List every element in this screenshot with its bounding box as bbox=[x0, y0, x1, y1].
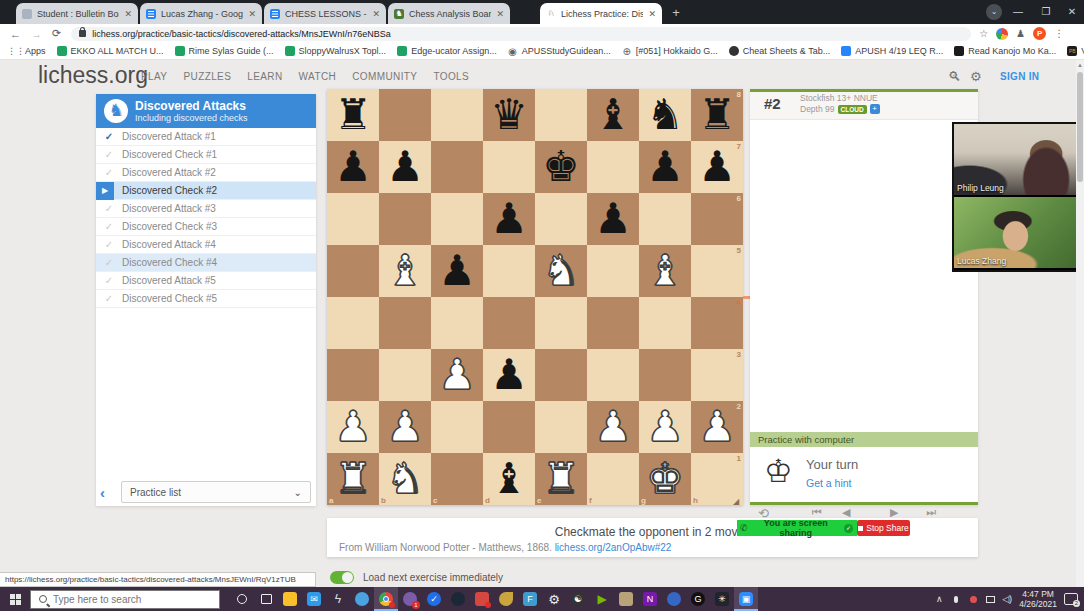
practice-header: ♞ Discovered Attacks Including discovere… bbox=[96, 94, 316, 128]
white-knight[interactable]: ♞ bbox=[535, 245, 587, 297]
square-h8[interactable]: ♜8 bbox=[691, 89, 743, 141]
square-g2[interactable]: ♟ bbox=[639, 401, 691, 453]
site-nav: PLAY PUZZLES LEARN WATCH COMMUNITY TOOLS bbox=[141, 71, 469, 82]
chess-board[interactable]: ♜♛♝♞♜8♟♟♚♟♟7♟♟6♝♟♞♝54♟♟3♟♟♟♟♟2♜a♞bc♝d♜ef… bbox=[327, 89, 743, 505]
docs-icon bbox=[841, 46, 851, 56]
square-f1[interactable]: f bbox=[587, 453, 639, 505]
dark-site-icon bbox=[954, 46, 964, 56]
search-icon[interactable]: 🔍︎ bbox=[948, 69, 961, 84]
black-bishop[interactable]: ♝ bbox=[587, 89, 639, 141]
mail-icon[interactable]: ✉ bbox=[302, 587, 326, 611]
cloud-badge: CLOUD bbox=[838, 105, 867, 114]
character-app-icon[interactable] bbox=[614, 587, 638, 611]
bookmark-item[interactable]: EKKO ALL MATCH U... bbox=[57, 46, 164, 56]
nav-watch[interactable]: WATCH bbox=[299, 71, 337, 82]
sheets-icon bbox=[57, 46, 67, 56]
square-h6[interactable]: 6 bbox=[691, 193, 743, 245]
probuilds-icon: PB bbox=[1067, 46, 1077, 56]
add-line-button[interactable]: + bbox=[870, 104, 880, 114]
windows-logo-icon bbox=[10, 594, 21, 605]
f-app-icon[interactable]: F bbox=[518, 587, 542, 611]
square-c4[interactable] bbox=[431, 297, 483, 349]
apps-grid-icon: ⋮⋮ bbox=[11, 46, 21, 56]
recording-icon[interactable] bbox=[968, 594, 978, 604]
practice-item-9[interactable]: ✓Discovered Attack #5 bbox=[96, 272, 316, 290]
tab-search-icon[interactable]: ⌄ bbox=[986, 4, 1002, 20]
square-f7[interactable] bbox=[587, 141, 639, 193]
practice-with-computer-header: Practice with computer bbox=[750, 432, 978, 447]
close-tab-icon[interactable]: ✕ bbox=[648, 9, 656, 19]
stop-share-button[interactable]: Stop Share bbox=[857, 520, 910, 536]
square-f2[interactable]: ♟ bbox=[587, 401, 639, 453]
check-icon: ✓ bbox=[96, 167, 122, 178]
practice-list-select[interactable]: Practice list ⌄ bbox=[121, 481, 311, 503]
sign-in-button[interactable]: SIGN IN bbox=[1000, 71, 1039, 82]
rank-label: 6 bbox=[737, 194, 741, 203]
browser-tab-strip: Student : Bulletin Board ✕ Lucas Zhang -… bbox=[0, 0, 1084, 24]
screen-sharing-bar: ✆ You are screen sharing ✓ bbox=[737, 520, 857, 536]
chess-knight-favicon: ♞ bbox=[394, 9, 404, 19]
tab-title: Student : Bulletin Board bbox=[37, 9, 119, 19]
file-label: d bbox=[485, 496, 490, 505]
square-a4[interactable] bbox=[327, 297, 379, 349]
windows-taskbar: ✉ ϟ 1 ✓ F ⚙ ☯ ▶ N G ✳ ▣ ∧ ◁) 4:47 PM 4/2… bbox=[0, 587, 1084, 611]
square-b5[interactable]: ♝ bbox=[379, 245, 431, 297]
generic-page-favicon bbox=[22, 9, 32, 19]
practice-subtitle: Including discovered checks bbox=[135, 113, 248, 123]
white-pawn[interactable]: ♟ bbox=[379, 401, 431, 453]
square-d2[interactable] bbox=[483, 401, 535, 453]
square-h7[interactable]: ♟7 bbox=[691, 141, 743, 193]
file-label: e bbox=[537, 496, 541, 505]
search-icon bbox=[39, 595, 47, 603]
square-e7[interactable]: ♚ bbox=[535, 141, 587, 193]
square-a1[interactable]: ♜a bbox=[327, 453, 379, 505]
nav-play[interactable]: PLAY bbox=[141, 71, 167, 82]
black-pawn[interactable]: ♟ bbox=[431, 245, 483, 297]
restore-window-button[interactable]: ❐ bbox=[1032, 0, 1060, 24]
participant-name: Lucas Zhang bbox=[957, 256, 1006, 266]
toggle-label: Load next exercise immediately bbox=[363, 572, 503, 583]
square-e4[interactable] bbox=[535, 297, 587, 349]
white-king-icon: ♔ bbox=[764, 452, 793, 490]
check-icon: ✓ bbox=[96, 293, 122, 304]
bookmark-item[interactable]: Edge-ucator Assign... bbox=[397, 46, 497, 56]
settings-gear-icon[interactable]: ⚙ bbox=[542, 587, 566, 611]
black-rook[interactable]: ♜ bbox=[327, 89, 379, 141]
engine-eval: #2 bbox=[764, 95, 781, 112]
lichess-logo[interactable]: lichess.org bbox=[38, 62, 148, 89]
square-d3[interactable]: ♟ bbox=[483, 349, 535, 401]
chat-icon[interactable]: 1 bbox=[398, 587, 422, 611]
tab-lucas-zhang-docs[interactable]: Lucas Zhang - Google Docs ✕ bbox=[140, 3, 262, 24]
square-h2[interactable]: ♟2 bbox=[691, 401, 743, 453]
square-d5[interactable] bbox=[483, 245, 535, 297]
webcam-feed-2: Lucas Zhang bbox=[954, 197, 1082, 268]
bookmark-item[interactable]: PBViego Pro Builds, G... bbox=[1067, 46, 1084, 56]
square-c8[interactable] bbox=[431, 89, 483, 141]
square-g7[interactable]: ♟ bbox=[639, 141, 691, 193]
practice-item-4-active[interactable]: ▶Discovered Check #2 bbox=[96, 182, 316, 200]
square-b2[interactable]: ♟ bbox=[379, 401, 431, 453]
square-f3[interactable] bbox=[587, 349, 639, 401]
lock-icon[interactable] bbox=[79, 30, 86, 37]
google-docs-favicon bbox=[146, 9, 156, 19]
white-king[interactable]: ♚ bbox=[639, 453, 691, 505]
dark-circle-icon bbox=[729, 46, 739, 56]
white-rook[interactable]: ♜ bbox=[327, 453, 379, 505]
tray-expand-icon[interactable]: ∧ bbox=[934, 594, 944, 604]
taskbar-search[interactable] bbox=[30, 590, 220, 609]
red-app-icon[interactable] bbox=[470, 587, 494, 611]
file-label: g bbox=[641, 496, 646, 505]
your-turn-label: Your turn bbox=[806, 457, 858, 472]
check-circle-icon: ✓ bbox=[844, 524, 853, 533]
practice-item-3[interactable]: ✓Discovered Attack #2 bbox=[96, 164, 316, 182]
sheets-icon bbox=[285, 46, 295, 56]
bookmark-item[interactable]: Read Kanojo Mo Ka... bbox=[954, 46, 1056, 56]
black-king[interactable]: ♚ bbox=[535, 141, 587, 193]
square-g6[interactable] bbox=[639, 193, 691, 245]
sheets-icon bbox=[175, 46, 185, 56]
chrome-menu-icon[interactable]: ⋮ bbox=[1054, 28, 1064, 39]
lightning-icon[interactable]: ϟ bbox=[326, 587, 350, 611]
url-text: lichess.org/practice/basic-tactics/disco… bbox=[92, 29, 391, 39]
square-h4[interactable]: 4 bbox=[691, 297, 743, 349]
black-pawn[interactable]: ♟ bbox=[691, 141, 743, 193]
white-pawn[interactable]: ♟ bbox=[639, 401, 691, 453]
practice-item-10[interactable]: ✓Discovered Check #5 bbox=[96, 290, 316, 308]
tab-bulletin-board[interactable]: Student : Bulletin Board ✕ bbox=[16, 3, 138, 24]
blue-round-app-icon[interactable] bbox=[662, 587, 686, 611]
practice-item-6[interactable]: ✓Discovered Check #3 bbox=[96, 218, 316, 236]
board-resize-handle[interactable]: ◢ bbox=[733, 497, 739, 506]
check-icon: ✓ bbox=[96, 149, 122, 160]
panel-bottom-border bbox=[750, 502, 978, 505]
square-c1[interactable]: c bbox=[431, 453, 483, 505]
square-a6[interactable] bbox=[327, 193, 379, 245]
bookmark-item[interactable]: SloppyWalrusX Topl... bbox=[285, 46, 387, 56]
square-c3[interactable]: ♟ bbox=[431, 349, 483, 401]
get-a-hint-link[interactable]: Get a hint bbox=[806, 477, 852, 489]
sheets-icon bbox=[397, 46, 407, 56]
nav-learn[interactable]: LEARN bbox=[247, 71, 282, 82]
white-pawn[interactable]: ♟ bbox=[327, 401, 379, 453]
black-pawn[interactable]: ♟ bbox=[379, 141, 431, 193]
notification-dot bbox=[389, 602, 395, 608]
square-f6[interactable]: ♟ bbox=[587, 193, 639, 245]
action-center-icon[interactable]: 2 bbox=[1064, 593, 1078, 605]
engine-name: Stockfish 13+ NNUE bbox=[800, 93, 878, 103]
game-link[interactable]: lichess.org/2anOpAbw#22 bbox=[555, 542, 672, 553]
black-queen[interactable]: ♛ bbox=[483, 89, 535, 141]
square-g5[interactable]: ♝ bbox=[639, 245, 691, 297]
tray-date: 4/26/2021 bbox=[1019, 599, 1057, 609]
square-c7[interactable] bbox=[431, 141, 483, 193]
system-tray: ∧ ◁) 4:47 PM 4/26/2021 2 bbox=[934, 589, 1084, 609]
refresh-icon[interactable]: ⟳ bbox=[52, 27, 61, 40]
check-icon: ✓ bbox=[96, 257, 122, 268]
chrome-icon[interactable] bbox=[374, 587, 398, 611]
square-e1[interactable]: ♜e bbox=[535, 453, 587, 505]
bookmark-item[interactable]: Cheat Sheets & Tab... bbox=[729, 46, 830, 56]
play-icon: ▶ bbox=[96, 182, 114, 200]
white-bishop[interactable]: ♝ bbox=[639, 245, 691, 297]
white-knight[interactable]: ♞ bbox=[379, 453, 431, 505]
black-pawn[interactable]: ♟ bbox=[587, 193, 639, 245]
bookmarks-bar: ⋮⋮Apps EKKO ALL MATCH U... Rime Sylas Gu… bbox=[0, 43, 1084, 60]
logitech-g-icon[interactable]: G bbox=[686, 587, 710, 611]
square-d7[interactable] bbox=[483, 141, 535, 193]
dark-x-app-icon[interactable]: ✳ bbox=[710, 587, 734, 611]
practice-item-7[interactable]: ✓Discovered Attack #4 bbox=[96, 236, 316, 254]
check-icon: ✓ bbox=[96, 131, 122, 142]
black-bishop[interactable]: ♝ bbox=[483, 453, 535, 505]
square-g4[interactable] bbox=[639, 297, 691, 349]
chevron-down-icon: ⌄ bbox=[294, 487, 302, 498]
square-f5[interactable] bbox=[587, 245, 639, 297]
black-pawn[interactable]: ♟ bbox=[483, 349, 535, 401]
square-c2[interactable] bbox=[431, 401, 483, 453]
engine-depth-row: Depth 99 CLOUD + bbox=[800, 104, 880, 114]
square-b3[interactable] bbox=[379, 349, 431, 401]
nav-community[interactable]: COMMUNITY bbox=[352, 71, 417, 82]
bookmark-item[interactable]: APUSH 4/19 LEQ R... bbox=[841, 46, 943, 56]
square-a2[interactable]: ♟ bbox=[327, 401, 379, 453]
participant-name: Philip Leung bbox=[957, 183, 1004, 193]
load-next-toggle-row: Load next exercise immediately bbox=[330, 570, 503, 584]
close-tab-icon[interactable]: ✕ bbox=[372, 9, 380, 19]
square-d1[interactable]: ♝d bbox=[483, 453, 535, 505]
square-b4[interactable] bbox=[379, 297, 431, 349]
square-f4[interactable] bbox=[587, 297, 639, 349]
square-b7[interactable]: ♟ bbox=[379, 141, 431, 193]
square-d6[interactable]: ♟ bbox=[483, 193, 535, 245]
square-a3[interactable] bbox=[327, 349, 379, 401]
white-bishop[interactable]: ♝ bbox=[379, 245, 431, 297]
practice-item-5[interactable]: ✓Discovered Attack #3 bbox=[96, 200, 316, 218]
rank-label: 1 bbox=[737, 454, 741, 463]
white-pawn[interactable]: ♟ bbox=[587, 401, 639, 453]
rank-label: 3 bbox=[737, 350, 741, 359]
square-g3[interactable] bbox=[639, 349, 691, 401]
microphone-icon[interactable] bbox=[951, 594, 961, 604]
check-icon: ✓ bbox=[96, 203, 122, 214]
tray-time: 4:47 PM bbox=[1019, 589, 1057, 599]
notification-dot bbox=[485, 602, 491, 608]
tab-title: Lucas Zhang - Google Docs bbox=[161, 9, 243, 19]
tab-lichess-practice[interactable]: ♘ Lichess Practice: Discovered Att… ✕ bbox=[540, 3, 662, 24]
square-b6[interactable] bbox=[379, 193, 431, 245]
chevron-left-icon[interactable]: ‹ bbox=[100, 484, 105, 501]
bookmark-item[interactable]: ◉APUSStudyGuidean... bbox=[508, 46, 611, 56]
video-call-overlay[interactable]: Philip Leung Lucas Zhang bbox=[952, 122, 1084, 272]
close-window-button[interactable]: ✕ bbox=[1058, 0, 1084, 24]
black-knight[interactable]: ♞ bbox=[639, 89, 691, 141]
tab-title: Lichess Practice: Discovered Att… bbox=[561, 9, 643, 19]
nav-puzzles[interactable]: PUZZLES bbox=[183, 71, 231, 82]
start-button[interactable] bbox=[0, 587, 30, 611]
practice-sidebar: ♞ Discovered Attacks Including discovere… bbox=[96, 94, 316, 506]
status-bar-link-preview: https://lichess.org/practice/basic-tacti… bbox=[0, 572, 316, 587]
white-rook[interactable]: ♜ bbox=[535, 453, 587, 505]
engine-depth: Depth 99 bbox=[800, 104, 835, 114]
practice-knight-icon: ♞ bbox=[104, 99, 128, 123]
practice-item-1[interactable]: ✓Discovered Attack #1 bbox=[96, 128, 316, 146]
taskbar-search-input[interactable] bbox=[53, 594, 193, 605]
tab-title: Chess Analysis Board and PGN E… bbox=[409, 9, 491, 19]
file-explorer-icon[interactable] bbox=[278, 587, 302, 611]
check-app-icon[interactable]: ✓ bbox=[422, 587, 446, 611]
square-h5[interactable]: 5 bbox=[691, 245, 743, 297]
square-a7[interactable]: ♟ bbox=[327, 141, 379, 193]
file-label: h bbox=[693, 496, 698, 505]
close-tab-icon[interactable]: ✕ bbox=[496, 9, 504, 19]
square-a5[interactable] bbox=[327, 245, 379, 297]
rank-label: 5 bbox=[737, 246, 741, 255]
back-icon[interactable]: ← bbox=[10, 28, 21, 40]
toggle-on-switch[interactable] bbox=[330, 571, 354, 584]
taskbar-clock[interactable]: 4:47 PM 4/26/2021 bbox=[1019, 589, 1057, 609]
cortana-icon[interactable] bbox=[230, 587, 254, 611]
close-tab-icon[interactable]: ✕ bbox=[248, 9, 256, 19]
rank-label: 7 bbox=[737, 142, 741, 151]
check-icon: ✓ bbox=[96, 239, 122, 250]
chat-badge: 1 bbox=[412, 601, 420, 609]
square-f8[interactable]: ♝ bbox=[587, 89, 639, 141]
file-label: f bbox=[589, 496, 592, 505]
square-e2[interactable] bbox=[535, 401, 587, 453]
square-b8[interactable] bbox=[379, 89, 431, 141]
square-d8[interactable]: ♛ bbox=[483, 89, 535, 141]
extension-colored-icon[interactable] bbox=[996, 28, 1008, 40]
tab-chess-analysis[interactable]: ♞ Chess Analysis Board and PGN E… ✕ bbox=[388, 3, 510, 24]
square-e8[interactable] bbox=[535, 89, 587, 141]
file-label: a bbox=[329, 496, 333, 505]
board-resize-marker bbox=[743, 296, 750, 299]
screen-sharing-text: You are screen sharing bbox=[748, 518, 844, 538]
square-e5[interactable]: ♞ bbox=[535, 245, 587, 297]
square-b1[interactable]: ♞b bbox=[379, 453, 431, 505]
file-label: b bbox=[381, 496, 386, 505]
lichess-favicon: ♘ bbox=[546, 9, 556, 19]
analysis-panel: #2 Stockfish 13+ NNUE Depth 99 CLOUD + P… bbox=[750, 89, 978, 505]
black-rook[interactable]: ♜ bbox=[691, 89, 743, 141]
zoom-icon[interactable]: ▣ bbox=[734, 587, 758, 611]
app-blue-icon[interactable] bbox=[350, 587, 374, 611]
gold-app-icon[interactable] bbox=[494, 587, 518, 611]
url-field[interactable]: lichess.org/practice/basic-tactics/disco… bbox=[71, 27, 971, 41]
bookmark-item[interactable]: ⊕[#051] Hokkaido G... bbox=[622, 46, 718, 56]
extension-pin-icon[interactable]: ♟ bbox=[1016, 28, 1025, 39]
white-pawn[interactable]: ♟ bbox=[431, 349, 483, 401]
globe-icon: ⊕ bbox=[622, 46, 632, 56]
practice-item-8[interactable]: ✓Discovered Check #4 bbox=[96, 254, 316, 272]
rank-label: 8 bbox=[737, 90, 741, 99]
rank-label: 4 bbox=[737, 298, 741, 307]
square-d4[interactable] bbox=[483, 297, 535, 349]
bookmark-item[interactable]: Rime Sylas Guide (... bbox=[175, 46, 274, 56]
exercise-source: From William Norwood Potter - Matthews, … bbox=[339, 542, 671, 553]
steam-icon[interactable] bbox=[446, 587, 470, 611]
tab-chess-lessons-docs[interactable]: CHESS LESSONS - Google Docs ✕ bbox=[264, 3, 386, 24]
globe-icon: ◉ bbox=[508, 46, 518, 56]
square-g1[interactable]: ♚g bbox=[639, 453, 691, 505]
profile-avatar[interactable]: P bbox=[1033, 27, 1046, 40]
square-h3[interactable]: 3 bbox=[691, 349, 743, 401]
new-tab-button[interactable]: + bbox=[668, 5, 684, 21]
nav-tools[interactable]: TOOLS bbox=[433, 71, 469, 82]
practice-title: Discovered Attacks bbox=[135, 100, 248, 113]
swirl-app-icon[interactable]: ☯ bbox=[566, 587, 590, 611]
nvidia-icon[interactable]: ▶ bbox=[590, 587, 614, 611]
check-icon: ✓ bbox=[96, 221, 122, 232]
gear-icon[interactable]: ⚙ bbox=[970, 69, 982, 84]
webcam-feed-1: Philip Leung bbox=[954, 124, 1082, 195]
square-c6[interactable] bbox=[431, 193, 483, 245]
close-tab-icon[interactable]: ✕ bbox=[124, 9, 132, 19]
square-g8[interactable]: ♞ bbox=[639, 89, 691, 141]
minimize-window-button[interactable]: — bbox=[1004, 0, 1032, 24]
stop-square-icon bbox=[858, 526, 863, 531]
notification-count: 2 bbox=[1073, 600, 1080, 607]
rank-label: 2 bbox=[737, 402, 741, 411]
practice-item-2[interactable]: ✓Discovered Check #1 bbox=[96, 146, 316, 164]
tab-title: CHESS LESSONS - Google Docs bbox=[285, 9, 367, 19]
google-docs-favicon bbox=[270, 9, 280, 19]
white-pawn[interactable]: ♟ bbox=[691, 401, 743, 453]
practice-list-value: Practice list bbox=[130, 487, 181, 498]
square-a8[interactable]: ♜ bbox=[327, 89, 379, 141]
scroll-up-arrow-icon[interactable]: ▲ bbox=[1076, 62, 1084, 68]
black-pawn[interactable]: ♟ bbox=[483, 193, 535, 245]
task-view-icon[interactable] bbox=[254, 587, 278, 611]
address-bar: ← → ⟳ lichess.org/practice/basic-tactics… bbox=[0, 24, 1084, 43]
page-scrollbar[interactable]: ▲ bbox=[1076, 60, 1084, 587]
square-e6[interactable] bbox=[535, 193, 587, 245]
onenote-icon[interactable]: N bbox=[638, 587, 662, 611]
square-c5[interactable]: ♟ bbox=[431, 245, 483, 297]
square-e3[interactable] bbox=[535, 349, 587, 401]
apps-shortcut[interactable]: ⋮⋮Apps bbox=[11, 46, 46, 56]
black-pawn[interactable]: ♟ bbox=[639, 141, 691, 193]
scrollbar-thumb[interactable] bbox=[1077, 72, 1083, 182]
display-icon[interactable] bbox=[985, 594, 995, 604]
check-icon: ✓ bbox=[96, 275, 122, 286]
phone-icon: ✆ bbox=[740, 523, 748, 533]
forward-icon[interactable]: → bbox=[31, 28, 42, 40]
file-label: c bbox=[433, 496, 437, 505]
black-pawn[interactable]: ♟ bbox=[327, 141, 379, 193]
bookmark-star-icon[interactable]: ☆ bbox=[979, 28, 988, 39]
speaker-icon[interactable]: ◁) bbox=[1002, 594, 1012, 604]
